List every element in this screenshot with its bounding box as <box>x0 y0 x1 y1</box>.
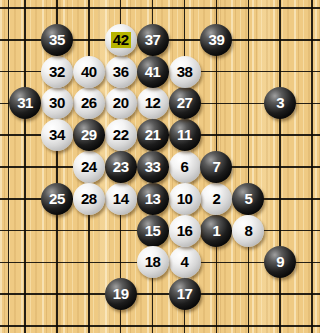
grid-line-horizontal <box>0 325 320 327</box>
last-move-highlight-label: 42 <box>111 32 131 48</box>
stone-move-27-black: 27 <box>169 87 201 119</box>
move-number-label: 8 <box>244 223 252 239</box>
stone-move-36-white: 36 <box>105 56 137 88</box>
stone-move-9-black: 9 <box>264 246 296 278</box>
move-number-label: 14 <box>113 191 129 207</box>
move-number-label: 12 <box>145 95 161 111</box>
stone-move-38-white: 38 <box>169 56 201 88</box>
stone-move-5-black: 5 <box>232 183 264 215</box>
grid-line-vertical <box>311 0 313 333</box>
stone-move-3-black: 3 <box>264 87 296 119</box>
stone-move-1-black: 1 <box>200 215 232 247</box>
stone-move-16-white: 16 <box>169 215 201 247</box>
board-edge-line <box>8 0 10 333</box>
move-number-label: 6 <box>181 159 189 175</box>
move-number-label: 33 <box>145 159 161 175</box>
stone-move-26-white: 26 <box>73 87 105 119</box>
stone-move-37-black: 37 <box>137 24 169 56</box>
move-number-label: 22 <box>113 127 129 143</box>
move-number-label: 20 <box>113 95 129 111</box>
move-number-label: 29 <box>81 127 97 143</box>
stone-move-13-black: 13 <box>137 183 169 215</box>
move-number-label: 37 <box>145 32 161 48</box>
stone-move-28-white: 28 <box>73 183 105 215</box>
stone-move-23-black: 23 <box>105 151 137 183</box>
stone-move-4-white: 4 <box>169 246 201 278</box>
move-number-label: 5 <box>244 191 252 207</box>
move-number-label: 19 <box>113 286 129 302</box>
stone-move-29-black: 29 <box>73 119 105 151</box>
stone-move-33-black: 33 <box>137 151 169 183</box>
stone-move-25-black: 25 <box>41 183 73 215</box>
stone-move-6-white: 6 <box>169 151 201 183</box>
move-number-label: 9 <box>276 254 284 270</box>
move-number-label: 2 <box>212 191 220 207</box>
move-number-label: 32 <box>49 64 65 80</box>
stone-move-17-black: 17 <box>169 278 201 310</box>
move-number-label: 27 <box>177 95 193 111</box>
move-number-label: 41 <box>145 64 161 80</box>
move-number-label: 34 <box>49 127 65 143</box>
stone-move-32-white: 32 <box>41 56 73 88</box>
move-number-label: 4 <box>181 254 189 270</box>
stone-move-15-black: 15 <box>137 215 169 247</box>
stone-move-41-black: 41 <box>137 56 169 88</box>
move-number-label: 3 <box>276 95 284 111</box>
stone-move-31-black: 31 <box>9 87 41 119</box>
move-number-label: 10 <box>177 191 193 207</box>
move-number-label: 21 <box>145 127 161 143</box>
move-number-label: 23 <box>113 159 129 175</box>
stone-move-24-white: 24 <box>73 151 105 183</box>
move-number-label: 16 <box>177 223 193 239</box>
move-number-label: 30 <box>49 95 65 111</box>
grid-line-horizontal <box>0 293 320 295</box>
stone-move-12-white: 12 <box>137 87 169 119</box>
move-number-label: 28 <box>81 191 97 207</box>
move-number-label: 26 <box>81 95 97 111</box>
grid-line-vertical <box>248 0 250 333</box>
move-number-label: 7 <box>212 159 220 175</box>
stone-move-11-black: 11 <box>169 119 201 151</box>
grid-line-vertical <box>279 0 281 333</box>
stone-move-18-white: 18 <box>137 246 169 278</box>
stone-move-22-white: 22 <box>105 119 137 151</box>
stone-move-19-black: 19 <box>105 278 137 310</box>
move-number-label: 1 <box>212 223 220 239</box>
move-number-label: 18 <box>145 254 161 270</box>
stone-move-8-white: 8 <box>232 215 264 247</box>
move-number-label: 31 <box>17 95 33 111</box>
move-number-label: 24 <box>81 159 97 175</box>
move-number-label: 25 <box>49 191 65 207</box>
stone-move-20-white: 20 <box>105 87 137 119</box>
stone-move-30-white: 30 <box>41 87 73 119</box>
stone-move-42-white-last-move-highlight: 42 <box>105 24 137 56</box>
stone-move-39-black: 39 <box>200 24 232 56</box>
move-number-label: 39 <box>209 32 225 48</box>
stone-move-14-white: 14 <box>105 183 137 215</box>
stone-move-40-white: 40 <box>73 56 105 88</box>
move-number-label: 17 <box>177 286 193 302</box>
grid-line-vertical <box>24 0 26 333</box>
move-number-label: 40 <box>81 64 97 80</box>
stone-move-35-black: 35 <box>41 24 73 56</box>
stone-move-2-white: 2 <box>200 183 232 215</box>
move-number-label: 13 <box>145 191 161 207</box>
move-number-label: 35 <box>49 32 65 48</box>
move-number-label: 11 <box>177 127 192 143</box>
move-number-label: 15 <box>145 223 161 239</box>
goban-board[interactable]: 1234567891011121314151617181920212223242… <box>0 0 320 333</box>
stone-move-10-white: 10 <box>169 183 201 215</box>
stone-move-7-black: 7 <box>200 151 232 183</box>
stone-move-21-black: 21 <box>137 119 169 151</box>
move-number-label: 38 <box>177 64 193 80</box>
stone-move-34-white: 34 <box>41 119 73 151</box>
move-number-label: 36 <box>113 64 129 80</box>
grid-line-horizontal <box>0 7 320 9</box>
